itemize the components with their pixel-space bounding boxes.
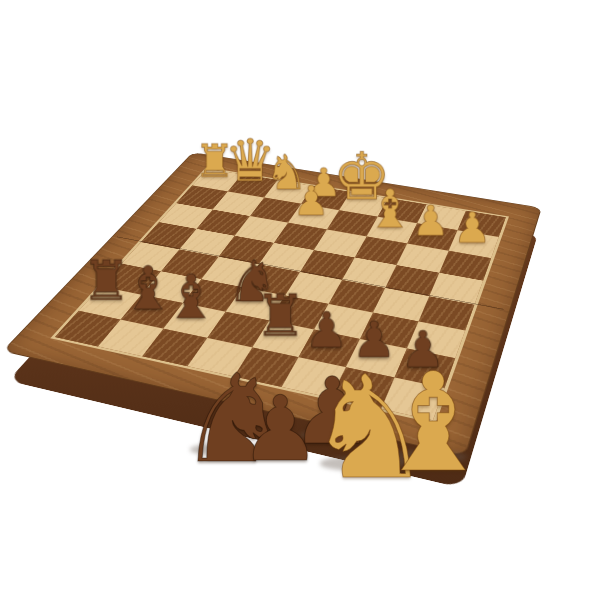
light-bishop[interactable]: ♝ bbox=[372, 355, 494, 491]
foreground-pieces: ♞♟♟♞♝ bbox=[0, 0, 600, 600]
